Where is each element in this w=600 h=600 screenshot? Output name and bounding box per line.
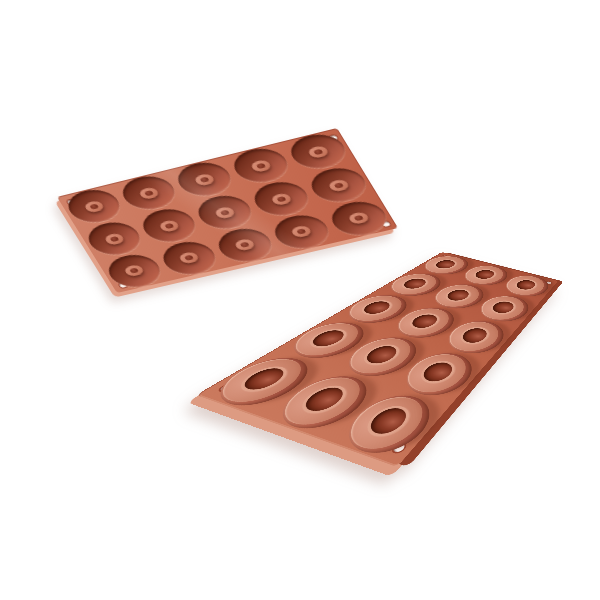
dome-center-crater [396,276,432,292]
dome-center-crater [403,311,444,332]
dome-center-crater [413,358,460,387]
dome-center-crater [356,342,405,369]
dome-center-crater [511,278,540,293]
mold-tilted-view-wrap [0,0,600,600]
dome-center-crater [440,287,475,304]
dome-center-crater [486,299,519,317]
dome-center-crater [429,258,460,271]
product-photo [0,0,600,600]
mold-back-surface [196,252,558,467]
dome-center-crater [454,325,493,348]
dome-center-crater [358,403,417,442]
dome-center-crater [355,298,397,317]
dome-center-crater [469,268,499,282]
